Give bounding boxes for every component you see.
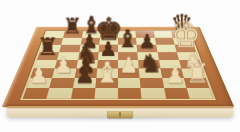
square-a1 — [23, 88, 50, 99]
brass-clasp-icon — [107, 111, 133, 118]
square-f1 — [141, 88, 166, 99]
board-grid: ♜♝♛♚♛♟♝♟♚♜♟♞♟♟♟♞♞♟♟♝♟♜ — [20, 31, 216, 100]
square-c2: ♟ — [72, 78, 96, 88]
square-e1 — [118, 88, 142, 99]
square-a2: ♟ — [27, 78, 53, 88]
black-pawn-c2: ♟ — [59, 65, 108, 86]
white-king-h6: ♚ — [165, 20, 207, 51]
square-b1 — [47, 88, 73, 99]
white-pawn-a2: ♟ — [14, 65, 63, 86]
square-g2: ♟ — [162, 78, 187, 88]
square-c1 — [70, 88, 95, 99]
white-pawn-g2: ♟ — [150, 65, 199, 86]
chess-set-photo: ♜♝♛♚♛♟♝♟♚♜♟♞♟♟♟♞♞♟♟♝♟♜ — [0, 0, 240, 132]
chess-board: ♜♝♛♚♛♟♝♟♚♜♟♞♟♟♟♞♞♟♟♝♟♜ — [2, 27, 235, 108]
square-h1 — [186, 88, 213, 99]
square-d1 — [94, 88, 118, 99]
square-g1 — [164, 88, 190, 99]
